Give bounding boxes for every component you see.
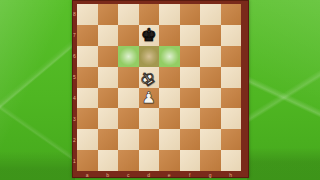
square-d1[interactable] bbox=[139, 150, 160, 171]
square-g4[interactable] bbox=[200, 88, 221, 109]
square-b3[interactable] bbox=[98, 108, 119, 129]
square-h5[interactable] bbox=[221, 67, 242, 88]
square-a3[interactable] bbox=[77, 108, 98, 129]
square-e2[interactable] bbox=[159, 129, 180, 150]
square-g8[interactable] bbox=[200, 4, 221, 25]
square-d6[interactable] bbox=[139, 46, 160, 67]
square-c4[interactable] bbox=[118, 88, 139, 109]
square-c7[interactable] bbox=[118, 25, 139, 46]
square-c8[interactable] bbox=[118, 4, 139, 25]
square-g3[interactable] bbox=[200, 108, 221, 129]
square-h6[interactable] bbox=[221, 46, 242, 67]
square-b7[interactable] bbox=[98, 25, 119, 46]
chess-board: 87654321 ♚♚♟ abcdefgh bbox=[72, 0, 249, 178]
square-a6[interactable] bbox=[77, 46, 98, 67]
black-king[interactable]: ♚ bbox=[139, 25, 160, 46]
file-label-a: a bbox=[77, 171, 98, 178]
square-d5[interactable]: ♚ bbox=[139, 67, 160, 88]
square-g5[interactable] bbox=[200, 67, 221, 88]
square-h4[interactable] bbox=[221, 88, 242, 109]
square-f5[interactable] bbox=[180, 67, 201, 88]
square-e3[interactable] bbox=[159, 108, 180, 129]
square-f2[interactable] bbox=[180, 129, 201, 150]
square-d7[interactable]: ♚ bbox=[139, 25, 160, 46]
square-c1[interactable] bbox=[118, 150, 139, 171]
white-pawn[interactable]: ♟ bbox=[139, 88, 160, 109]
square-d2[interactable] bbox=[139, 129, 160, 150]
square-b2[interactable] bbox=[98, 129, 119, 150]
board-grid: ♚♚♟ bbox=[77, 4, 241, 171]
file-label-c: c bbox=[118, 171, 139, 178]
square-h8[interactable] bbox=[221, 4, 242, 25]
file-label-b: b bbox=[98, 171, 119, 178]
square-g1[interactable] bbox=[200, 150, 221, 171]
square-e5[interactable] bbox=[159, 67, 180, 88]
square-g2[interactable] bbox=[200, 129, 221, 150]
square-h7[interactable] bbox=[221, 25, 242, 46]
highlight-glow bbox=[159, 46, 180, 67]
square-d4[interactable]: ♟ bbox=[139, 88, 160, 109]
square-f1[interactable] bbox=[180, 150, 201, 171]
square-h1[interactable] bbox=[221, 150, 242, 171]
square-c2[interactable] bbox=[118, 129, 139, 150]
background-facet-left bbox=[0, 0, 75, 180]
highlight-glow bbox=[118, 46, 139, 67]
square-a1[interactable] bbox=[77, 150, 98, 171]
square-e1[interactable] bbox=[159, 150, 180, 171]
square-f6[interactable] bbox=[180, 46, 201, 67]
square-d3[interactable] bbox=[139, 108, 160, 129]
square-b8[interactable] bbox=[98, 4, 119, 25]
square-f3[interactable] bbox=[180, 108, 201, 129]
square-a4[interactable] bbox=[77, 88, 98, 109]
file-label-f: f bbox=[180, 171, 201, 178]
square-b4[interactable] bbox=[98, 88, 119, 109]
square-f7[interactable] bbox=[180, 25, 201, 46]
square-h3[interactable] bbox=[221, 108, 242, 129]
file-label-g: g bbox=[200, 171, 221, 178]
square-b5[interactable] bbox=[98, 67, 119, 88]
square-g6[interactable] bbox=[200, 46, 221, 67]
square-f4[interactable] bbox=[180, 88, 201, 109]
square-b1[interactable] bbox=[98, 150, 119, 171]
square-a2[interactable] bbox=[77, 129, 98, 150]
square-e4[interactable] bbox=[159, 88, 180, 109]
square-a7[interactable] bbox=[77, 25, 98, 46]
square-g7[interactable] bbox=[200, 25, 221, 46]
square-b6[interactable] bbox=[98, 46, 119, 67]
background-facet-right bbox=[247, 0, 320, 180]
square-e8[interactable] bbox=[159, 4, 180, 25]
square-a8[interactable] bbox=[77, 4, 98, 25]
square-d8[interactable] bbox=[139, 4, 160, 25]
square-f8[interactable] bbox=[180, 4, 201, 25]
square-e7[interactable] bbox=[159, 25, 180, 46]
square-a5[interactable] bbox=[77, 67, 98, 88]
file-label-e: e bbox=[159, 171, 180, 178]
file-labels: abcdefgh bbox=[77, 171, 241, 178]
square-c6[interactable] bbox=[118, 46, 139, 67]
file-label-h: h bbox=[221, 171, 242, 178]
file-label-d: d bbox=[139, 171, 160, 178]
square-e6[interactable] bbox=[159, 46, 180, 67]
highlight-glow bbox=[139, 46, 160, 67]
square-c3[interactable] bbox=[118, 108, 139, 129]
square-h2[interactable] bbox=[221, 129, 242, 150]
